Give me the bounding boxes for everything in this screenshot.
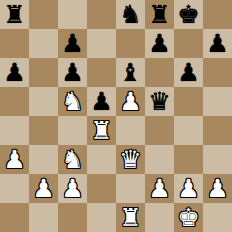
square-e3[interactable]: ♛ [116, 145, 145, 174]
square-h3[interactable] [203, 145, 232, 174]
chess-board: ♜♞♜♚♟♟♟♟♟♝♟♞♟♟♛♜♟♞♛♟♟♟♟♟♜♚ [0, 0, 232, 232]
square-b6[interactable] [29, 58, 58, 87]
piece-white-pawn[interactable]: ♟ [32, 174, 54, 203]
square-b8[interactable] [29, 0, 58, 29]
square-b2[interactable]: ♟ [29, 174, 58, 203]
square-g1[interactable]: ♚ [174, 203, 203, 232]
square-h5[interactable] [203, 87, 232, 116]
piece-white-pawn[interactable]: ♟ [206, 174, 228, 203]
piece-black-pawn[interactable]: ♟ [177, 58, 199, 87]
piece-white-pawn[interactable]: ♟ [61, 174, 83, 203]
square-h2[interactable]: ♟ [203, 174, 232, 203]
square-g8[interactable]: ♚ [174, 0, 203, 29]
square-d1[interactable] [87, 203, 116, 232]
square-h6[interactable] [203, 58, 232, 87]
square-c2[interactable]: ♟ [58, 174, 87, 203]
piece-white-pawn[interactable]: ♟ [3, 145, 25, 174]
piece-white-rook[interactable]: ♜ [119, 203, 141, 232]
piece-black-pawn[interactable]: ♟ [90, 87, 112, 116]
square-d3[interactable] [87, 145, 116, 174]
square-d5[interactable]: ♟ [87, 87, 116, 116]
square-a4[interactable] [0, 116, 29, 145]
chess-board-window: ♜♞♜♚♟♟♟♟♟♝♟♞♟♟♛♜♟♞♛♟♟♟♟♟♜♚ [0, 0, 232, 232]
square-f6[interactable] [145, 58, 174, 87]
square-e5[interactable]: ♟ [116, 87, 145, 116]
square-e6[interactable]: ♝ [116, 58, 145, 87]
piece-black-pawn[interactable]: ♟ [61, 29, 83, 58]
piece-black-rook[interactable]: ♜ [3, 0, 25, 29]
piece-black-pawn[interactable]: ♟ [148, 29, 170, 58]
square-h4[interactable] [203, 116, 232, 145]
square-c5[interactable]: ♞ [58, 87, 87, 116]
square-d4[interactable]: ♜ [87, 116, 116, 145]
square-c7[interactable]: ♟ [58, 29, 87, 58]
piece-black-rook[interactable]: ♜ [148, 0, 170, 29]
piece-white-knight[interactable]: ♞ [61, 145, 83, 174]
square-f4[interactable] [145, 116, 174, 145]
square-d2[interactable] [87, 174, 116, 203]
piece-black-pawn[interactable]: ♟ [206, 29, 228, 58]
square-d7[interactable] [87, 29, 116, 58]
square-c3[interactable]: ♞ [58, 145, 87, 174]
square-c1[interactable] [58, 203, 87, 232]
square-f5[interactable]: ♛ [145, 87, 174, 116]
square-c4[interactable] [58, 116, 87, 145]
square-e4[interactable] [116, 116, 145, 145]
square-a6[interactable]: ♟ [0, 58, 29, 87]
piece-black-king[interactable]: ♚ [177, 0, 199, 29]
piece-white-pawn[interactable]: ♟ [148, 174, 170, 203]
square-f2[interactable]: ♟ [145, 174, 174, 203]
square-f7[interactable]: ♟ [145, 29, 174, 58]
square-e2[interactable] [116, 174, 145, 203]
piece-black-queen[interactable]: ♛ [148, 87, 170, 116]
piece-white-knight[interactable]: ♞ [61, 87, 83, 116]
square-g5[interactable] [174, 87, 203, 116]
square-d8[interactable] [87, 0, 116, 29]
square-h7[interactable]: ♟ [203, 29, 232, 58]
piece-white-pawn[interactable]: ♟ [177, 174, 199, 203]
square-a1[interactable] [0, 203, 29, 232]
piece-black-pawn[interactable]: ♟ [61, 58, 83, 87]
piece-white-queen[interactable]: ♛ [119, 145, 141, 174]
piece-black-knight[interactable]: ♞ [119, 0, 141, 29]
square-g3[interactable] [174, 145, 203, 174]
square-f1[interactable] [145, 203, 174, 232]
square-a8[interactable]: ♜ [0, 0, 29, 29]
square-b5[interactable] [29, 87, 58, 116]
square-e8[interactable]: ♞ [116, 0, 145, 29]
square-c6[interactable]: ♟ [58, 58, 87, 87]
square-g7[interactable] [174, 29, 203, 58]
square-g4[interactable] [174, 116, 203, 145]
square-d6[interactable] [87, 58, 116, 87]
square-g2[interactable]: ♟ [174, 174, 203, 203]
piece-white-rook[interactable]: ♜ [90, 116, 112, 145]
square-a2[interactable] [0, 174, 29, 203]
piece-black-bishop[interactable]: ♝ [119, 58, 141, 87]
square-h1[interactable] [203, 203, 232, 232]
square-b1[interactable] [29, 203, 58, 232]
square-a5[interactable] [0, 87, 29, 116]
square-h8[interactable] [203, 0, 232, 29]
piece-white-king[interactable]: ♚ [177, 203, 199, 232]
piece-white-pawn[interactable]: ♟ [119, 87, 141, 116]
square-c8[interactable] [58, 0, 87, 29]
square-g6[interactable]: ♟ [174, 58, 203, 87]
square-f3[interactable] [145, 145, 174, 174]
piece-black-pawn[interactable]: ♟ [3, 58, 25, 87]
square-e7[interactable] [116, 29, 145, 58]
square-a3[interactable]: ♟ [0, 145, 29, 174]
square-a7[interactable] [0, 29, 29, 58]
square-b3[interactable] [29, 145, 58, 174]
square-e1[interactable]: ♜ [116, 203, 145, 232]
square-b4[interactable] [29, 116, 58, 145]
square-b7[interactable] [29, 29, 58, 58]
square-f8[interactable]: ♜ [145, 0, 174, 29]
